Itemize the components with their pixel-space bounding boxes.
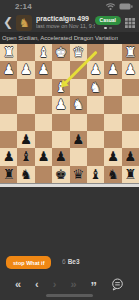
piece-bR[interactable]: ♜ <box>3 166 15 183</box>
square[interactable]: ♟ <box>35 148 52 165</box>
piece-wR[interactable]: ♜ <box>3 44 15 61</box>
square[interactable]: ♟ <box>17 131 34 148</box>
square[interactable]: ♜ <box>0 166 17 183</box>
piece-bP[interactable]: ♟ <box>72 131 84 148</box>
square[interactable]: ♟ <box>0 61 17 78</box>
chat-icon[interactable] <box>111 278 124 291</box>
square[interactable]: ♟ <box>17 61 34 78</box>
square[interactable]: ♟ <box>122 148 139 165</box>
piece-wB[interactable]: ♝ <box>37 44 49 61</box>
square[interactable] <box>17 44 34 61</box>
piece-wR[interactable]: ♜ <box>124 44 136 61</box>
square[interactable] <box>104 96 121 113</box>
square[interactable] <box>35 131 52 148</box>
square[interactable] <box>35 166 52 183</box>
piece-wN[interactable]: ♞ <box>90 79 102 96</box>
quote-analysis-icon[interactable]: ” <box>91 284 98 291</box>
move-navigation-toolbar: « ‹ › » ” <box>0 275 139 293</box>
status-badge: Casual <box>95 16 121 25</box>
piece-wP[interactable]: ♟ <box>20 61 32 78</box>
page-dot <box>109 27 112 30</box>
bottom-panel: stop What if 6 Be3 « ‹ › » ” <box>0 187 139 300</box>
board-grid-icon[interactable] <box>125 18 135 28</box>
piece-bK[interactable]: ♚ <box>55 166 67 183</box>
piece-bP[interactable]: ♟ <box>20 131 32 148</box>
square[interactable]: ♞ <box>70 96 87 113</box>
square[interactable] <box>52 131 69 148</box>
square[interactable] <box>87 96 104 113</box>
piece-wK[interactable]: ♚ <box>55 44 67 61</box>
square[interactable] <box>0 131 17 148</box>
piece-bN[interactable]: ♞ <box>20 166 32 183</box>
square[interactable] <box>0 96 17 113</box>
square[interactable] <box>52 114 69 131</box>
piece-bN[interactable]: ♞ <box>107 166 119 183</box>
square[interactable] <box>70 79 87 96</box>
square[interactable]: ♝ <box>35 44 52 61</box>
square[interactable]: ♚ <box>52 44 69 61</box>
square[interactable]: ♟ <box>52 148 69 165</box>
square[interactable] <box>35 114 52 131</box>
square[interactable]: ♟ <box>104 148 121 165</box>
square[interactable] <box>122 114 139 131</box>
game-header: ❮ ♞ practicalgm 499 last move on Nov 11,… <box>0 13 139 32</box>
piece-bR[interactable]: ♜ <box>124 166 136 183</box>
player-info[interactable]: practicalgm 499 last move on Nov 11, 9:0… <box>36 15 95 29</box>
page-indicator <box>104 27 112 30</box>
piece-bP[interactable]: ♟ <box>37 148 49 165</box>
piece-wP[interactable]: ♟ <box>124 61 136 78</box>
square[interactable] <box>52 61 69 78</box>
board-area: ♜♝♚♛♜♟♟♟♟♟♟♝♞♟♞♟♟♟♝♟♟♟♟♜♞♚♛♝♞♜ <box>0 44 139 183</box>
square[interactable]: ♟ <box>104 61 121 78</box>
page-dot-active <box>104 27 107 30</box>
square[interactable]: ♛ <box>70 166 87 183</box>
square[interactable]: ♟ <box>70 131 87 148</box>
square[interactable] <box>17 96 34 113</box>
piece-wP[interactable]: ♟ <box>107 61 119 78</box>
home-indicator <box>46 294 93 297</box>
piece-bB[interactable]: ♝ <box>90 166 102 183</box>
piece-wQ[interactable]: ♛ <box>72 44 84 61</box>
square[interactable] <box>0 114 17 131</box>
back-button[interactable]: ❮ <box>2 16 16 30</box>
square[interactable]: ♜ <box>122 44 139 61</box>
chess-board[interactable]: ♜♝♚♛♜♟♟♟♟♟♟♝♞♟♞♟♟♟♝♟♟♟♟♜♞♚♛♝♞♜ <box>0 44 139 183</box>
square[interactable] <box>17 79 34 96</box>
square[interactable]: ♟ <box>0 148 17 165</box>
square[interactable]: ♝ <box>52 79 69 96</box>
square[interactable]: ♚ <box>52 166 69 183</box>
knight-avatar-icon: ♞ <box>19 16 30 30</box>
piece-bP[interactable]: ♟ <box>55 148 67 165</box>
piece-bP[interactable]: ♟ <box>3 148 15 165</box>
square[interactable]: ♟ <box>87 61 104 78</box>
square[interactable] <box>35 79 52 96</box>
square[interactable] <box>70 114 87 131</box>
status-bar: 2:14 <box>0 0 139 13</box>
square[interactable]: ♛ <box>70 44 87 61</box>
square[interactable]: ♝ <box>87 166 104 183</box>
square[interactable] <box>87 131 104 148</box>
square[interactable]: ♞ <box>87 79 104 96</box>
square[interactable] <box>104 44 121 61</box>
square[interactable]: ♟ <box>122 61 139 78</box>
square[interactable] <box>122 131 139 148</box>
square[interactable] <box>104 131 121 148</box>
square[interactable] <box>122 79 139 96</box>
current-move[interactable]: 6 Be3 <box>62 258 80 265</box>
move-number: 6 <box>62 258 66 265</box>
square[interactable]: ♟ <box>52 96 69 113</box>
opening-name: Open Sicilian, Accelerated Dragon Variat… <box>2 35 118 41</box>
move-san: Be3 <box>68 258 80 265</box>
clock-time: 2:14 <box>15 2 32 11</box>
piece-bB[interactable]: ♝ <box>20 148 32 165</box>
square[interactable] <box>70 148 87 165</box>
square[interactable] <box>0 79 17 96</box>
square[interactable]: ♞ <box>104 166 121 183</box>
piece-wP[interactable]: ♟ <box>37 61 49 78</box>
piece-wN[interactable]: ♞ <box>72 96 84 113</box>
first-move-button[interactable]: « <box>15 279 21 290</box>
avatar[interactable]: ♞ <box>16 15 32 31</box>
piece-wP[interactable]: ♟ <box>55 96 67 113</box>
piece-bP[interactable]: ♟ <box>124 148 136 165</box>
piece-bP[interactable]: ♟ <box>107 148 119 165</box>
previous-move-button[interactable]: ‹ <box>35 279 39 290</box>
square[interactable] <box>70 61 87 78</box>
last-move-button[interactable]: » <box>70 279 76 290</box>
wifi-icon <box>105 2 116 11</box>
piece-wP[interactable]: ♟ <box>3 61 15 78</box>
square[interactable]: ♜ <box>0 44 17 61</box>
square[interactable] <box>35 96 52 113</box>
square[interactable]: ♜ <box>122 166 139 183</box>
square[interactable]: ♟ <box>35 61 52 78</box>
square[interactable]: ♞ <box>17 166 34 183</box>
square[interactable] <box>122 96 139 113</box>
stop-what-if-button[interactable]: stop What if <box>6 256 51 269</box>
last-move-timestamp: last move on Nov 11, 9:05 <box>36 23 95 29</box>
square[interactable] <box>87 114 104 131</box>
piece-wB[interactable]: ♝ <box>55 79 67 96</box>
piece-wP[interactable]: ♟ <box>90 61 102 78</box>
square[interactable] <box>104 79 121 96</box>
square[interactable] <box>104 114 121 131</box>
battery-icon <box>119 3 133 10</box>
square[interactable] <box>87 44 104 61</box>
app-screen: 2:14 ❮ ♞ practicalgm 499 last move on No… <box>0 0 139 300</box>
opening-name-bar: Open Sicilian, Accelerated Dragon Variat… <box>0 32 139 44</box>
piece-bQ[interactable]: ♛ <box>72 166 84 183</box>
next-move-button[interactable]: › <box>53 279 57 290</box>
player-name: practicalgm 499 <box>36 15 95 23</box>
square[interactable]: ♝ <box>17 148 34 165</box>
square[interactable] <box>17 114 34 131</box>
square[interactable] <box>87 148 104 165</box>
